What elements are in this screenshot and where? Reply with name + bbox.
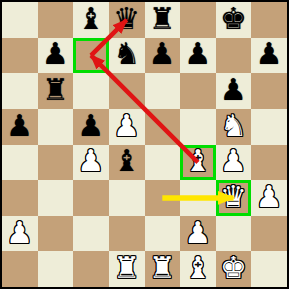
square-c4[interactable]: ♟ [73,145,109,181]
square-f8[interactable] [180,2,216,38]
square-c2[interactable] [73,216,109,252]
board: ♝♛♜♚♟♞♟♟♟♜♟♟♟♟♞♟♝♝♟♛♟♟♟♜♜♝♚ [2,2,287,287]
piece-white-pawn-h3[interactable]: ♟ [256,182,283,212]
piece-black-pawn-c5[interactable]: ♟ [78,111,105,141]
square-a2[interactable]: ♟ [2,216,38,252]
piece-white-pawn-f2[interactable]: ♟ [184,218,211,248]
square-h8[interactable] [251,2,287,38]
piece-black-knight-d7[interactable]: ♞ [113,39,140,69]
square-c8[interactable]: ♝ [73,2,109,38]
square-d7[interactable]: ♞ [109,38,145,74]
square-e1[interactable]: ♜ [145,251,181,287]
square-f3[interactable] [180,180,216,216]
square-c1[interactable] [73,251,109,287]
square-e5[interactable] [145,109,181,145]
square-h7[interactable]: ♟ [251,38,287,74]
piece-white-queen-g3[interactable]: ♛ [220,182,247,212]
piece-white-bishop-f1[interactable]: ♝ [184,253,211,283]
square-h5[interactable] [251,109,287,145]
square-a5[interactable]: ♟ [2,109,38,145]
piece-black-bishop-d4[interactable]: ♝ [113,146,140,176]
square-g6[interactable]: ♟ [216,73,252,109]
square-f4[interactable]: ♝ [180,145,216,181]
piece-black-rook-b6[interactable]: ♜ [42,75,69,105]
square-h4[interactable] [251,145,287,181]
square-h2[interactable] [251,216,287,252]
square-g7[interactable] [216,38,252,74]
square-d3[interactable] [109,180,145,216]
chess-board-frame: ♝♛♜♚♟♞♟♟♟♜♟♟♟♟♞♟♝♝♟♛♟♟♟♜♜♝♚ [0,0,289,289]
square-g4[interactable]: ♟ [216,145,252,181]
square-f5[interactable] [180,109,216,145]
square-e4[interactable] [145,145,181,181]
square-d2[interactable] [109,216,145,252]
square-b5[interactable] [38,109,74,145]
square-b2[interactable] [38,216,74,252]
piece-black-pawn-f7[interactable]: ♟ [184,39,211,69]
square-g3[interactable]: ♛ [216,180,252,216]
piece-white-knight-g5[interactable]: ♞ [220,111,247,141]
square-d8[interactable]: ♛ [109,2,145,38]
square-c5[interactable]: ♟ [73,109,109,145]
piece-white-rook-d1[interactable]: ♜ [113,253,140,283]
square-f6[interactable] [180,73,216,109]
square-e3[interactable] [145,180,181,216]
square-g5[interactable]: ♞ [216,109,252,145]
square-b4[interactable] [38,145,74,181]
square-e8[interactable]: ♜ [145,2,181,38]
square-b1[interactable] [38,251,74,287]
square-f7[interactable]: ♟ [180,38,216,74]
piece-black-queen-d8[interactable]: ♛ [113,4,140,34]
square-a7[interactable] [2,38,38,74]
piece-white-pawn-g4[interactable]: ♟ [220,146,247,176]
square-f2[interactable]: ♟ [180,216,216,252]
square-d5[interactable]: ♟ [109,109,145,145]
square-a6[interactable] [2,73,38,109]
square-a1[interactable] [2,251,38,287]
square-h3[interactable]: ♟ [251,180,287,216]
piece-black-pawn-a5[interactable]: ♟ [6,111,33,141]
square-f1[interactable]: ♝ [180,251,216,287]
piece-black-rook-e8[interactable]: ♜ [149,4,176,34]
square-h1[interactable] [251,251,287,287]
square-d6[interactable] [109,73,145,109]
square-e2[interactable] [145,216,181,252]
piece-white-pawn-a2[interactable]: ♟ [6,218,33,248]
square-b7[interactable]: ♟ [38,38,74,74]
piece-white-king-g1[interactable]: ♚ [220,253,247,283]
square-d4[interactable]: ♝ [109,145,145,181]
square-d1[interactable]: ♜ [109,251,145,287]
square-c7[interactable] [73,38,109,74]
piece-black-pawn-h7[interactable]: ♟ [256,39,283,69]
square-h6[interactable] [251,73,287,109]
piece-white-pawn-c4[interactable]: ♟ [78,146,105,176]
piece-white-pawn-d5[interactable]: ♟ [113,111,140,141]
square-e6[interactable] [145,73,181,109]
square-a8[interactable] [2,2,38,38]
square-e7[interactable]: ♟ [145,38,181,74]
square-a4[interactable] [2,145,38,181]
square-g2[interactable] [216,216,252,252]
piece-black-king-g8[interactable]: ♚ [220,4,247,34]
square-g8[interactable]: ♚ [216,2,252,38]
square-b6[interactable]: ♜ [38,73,74,109]
piece-black-bishop-c8[interactable]: ♝ [78,4,105,34]
square-a3[interactable] [2,180,38,216]
square-c6[interactable] [73,73,109,109]
piece-black-pawn-e7[interactable]: ♟ [149,39,176,69]
piece-white-rook-e1[interactable]: ♜ [149,253,176,283]
square-b8[interactable] [38,2,74,38]
square-g1[interactable]: ♚ [216,251,252,287]
piece-black-pawn-b7[interactable]: ♟ [42,39,69,69]
square-b3[interactable] [38,180,74,216]
piece-black-pawn-g6[interactable]: ♟ [220,75,247,105]
piece-white-bishop-f4[interactable]: ♝ [184,146,211,176]
square-c3[interactable] [73,180,109,216]
